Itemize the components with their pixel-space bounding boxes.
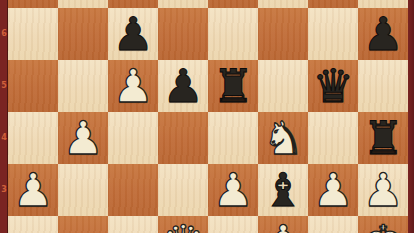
square-g3[interactable]: ♟: [308, 164, 358, 216]
black-rook-e5[interactable]: ♜: [212, 60, 253, 112]
square-c2[interactable]: [108, 216, 158, 233]
black-pawn-g7[interactable]: ♟: [312, 0, 353, 8]
rank-label-5: 5: [0, 81, 8, 91]
white-pawn-e3[interactable]: ♟: [212, 164, 253, 216]
square-b2[interactable]: [58, 216, 108, 233]
black-queen-g5[interactable]: ♛: [312, 60, 353, 112]
square-c3[interactable]: [108, 164, 158, 216]
square-b3[interactable]: [58, 164, 108, 216]
square-e6[interactable]: [208, 8, 258, 60]
square-b7[interactable]: ♟: [58, 0, 108, 8]
black-pawn-a7[interactable]: ♟: [12, 0, 53, 8]
square-h5[interactable]: [358, 60, 408, 112]
square-e4[interactable]: [208, 112, 258, 164]
square-c5[interactable]: ♟: [108, 60, 158, 112]
square-d3[interactable]: [158, 164, 208, 216]
square-c4[interactable]: [108, 112, 158, 164]
square-d4[interactable]: [158, 112, 208, 164]
white-pawn-g3[interactable]: ♟: [312, 164, 353, 216]
black-pawn-h6[interactable]: ♟: [362, 8, 403, 60]
square-d5[interactable]: ♟: [158, 60, 208, 112]
rank-label-6: 6: [0, 29, 8, 39]
square-e2[interactable]: [208, 216, 258, 233]
square-b6[interactable]: [58, 8, 108, 60]
square-d6[interactable]: [158, 8, 208, 60]
white-queen-d2[interactable]: ♛: [162, 216, 203, 233]
black-bishop-f3[interactable]: ♝: [262, 164, 303, 216]
square-f5[interactable]: [258, 60, 308, 112]
square-b4[interactable]: ♟: [58, 112, 108, 164]
white-pawn-f2[interactable]: ♟: [262, 216, 303, 233]
square-e7[interactable]: [208, 0, 258, 8]
black-pawn-b7[interactable]: ♟: [62, 0, 103, 8]
square-g2[interactable]: [308, 216, 358, 233]
square-a6[interactable]: [8, 8, 58, 60]
square-e5[interactable]: ♜: [208, 60, 258, 112]
square-f3[interactable]: ♝: [258, 164, 308, 216]
black-rook-h4[interactable]: ♜: [362, 112, 403, 164]
square-h4[interactable]: ♜: [358, 112, 408, 164]
black-pawn-f7[interactable]: ♟: [262, 0, 303, 8]
white-pawn-a3[interactable]: ♟: [12, 164, 53, 216]
square-f4[interactable]: ♞: [258, 112, 308, 164]
white-king-h2[interactable]: ♚: [362, 216, 403, 233]
square-a4[interactable]: [8, 112, 58, 164]
black-pawn-d5[interactable]: ♟: [162, 60, 203, 112]
chess-board: ♟♟♟♟♟♟♟♟♜♛♟♞♜♟♟♝♟♟♛♟♚: [8, 0, 408, 233]
white-pawn-c5[interactable]: ♟: [112, 60, 153, 112]
square-g6[interactable]: [308, 8, 358, 60]
square-c6[interactable]: ♟: [108, 8, 158, 60]
square-e3[interactable]: ♟: [208, 164, 258, 216]
square-h2[interactable]: ♚: [358, 216, 408, 233]
rank-label-3: 3: [0, 185, 8, 195]
square-a5[interactable]: [8, 60, 58, 112]
square-a3[interactable]: ♟: [8, 164, 58, 216]
white-pawn-b4[interactable]: ♟: [62, 112, 103, 164]
rank-label-4: 4: [0, 133, 8, 143]
board-right-border: [408, 0, 414, 233]
square-f2[interactable]: ♟: [258, 216, 308, 233]
square-g4[interactable]: [308, 112, 358, 164]
white-knight-f4[interactable]: ♞: [262, 112, 303, 164]
square-h3[interactable]: ♟: [358, 164, 408, 216]
chessboard-screenshot: ♟♟♟♟♟♟♟♟♜♛♟♞♜♟♟♝♟♟♛♟♚ 6543: [0, 0, 414, 233]
square-f7[interactable]: ♟: [258, 0, 308, 8]
square-g5[interactable]: ♛: [308, 60, 358, 112]
square-f6[interactable]: [258, 8, 308, 60]
square-d2[interactable]: ♛: [158, 216, 208, 233]
square-d7[interactable]: [158, 0, 208, 8]
square-b5[interactable]: [58, 60, 108, 112]
black-pawn-c6[interactable]: ♟: [112, 8, 153, 60]
square-a2[interactable]: [8, 216, 58, 233]
white-pawn-h3[interactable]: ♟: [362, 164, 403, 216]
square-h6[interactable]: ♟: [358, 8, 408, 60]
square-a7[interactable]: ♟: [8, 0, 58, 8]
square-g7[interactable]: ♟: [308, 0, 358, 8]
